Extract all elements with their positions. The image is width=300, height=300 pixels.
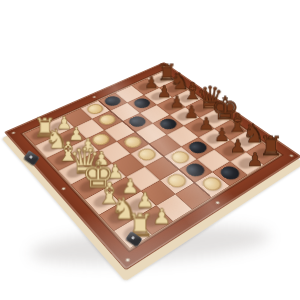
chess-board: ♜♟♟♜♞♟♟♞♝♟♟♝♛♟♟♛♚♟♟♚♝♟♟♝♞♟♟♞♜♟♟♜ — [4, 62, 300, 271]
frame-dot — [215, 201, 220, 205]
product-photo: ♜♟♟♜♞♟♟♞♝♟♟♝♛♟♟♛♚♟♟♚♝♟♟♝♞♟♟♞♜♟♟♜ — [0, 0, 300, 300]
frame-dot — [92, 96, 96, 98]
frame-dot — [125, 257, 130, 261]
scene: ♜♟♟♜♞♟♟♞♝♟♟♝♛♟♟♛♚♟♟♚♝♟♟♝♞♟♟♞♜♟♟♜ — [0, 0, 300, 300]
dark-checker-disc — [157, 117, 180, 132]
frame-dot — [12, 132, 16, 135]
frame-dot — [62, 187, 67, 190]
dark-pawn: ♟ — [243, 150, 267, 169]
frame-dot — [289, 154, 293, 157]
playing-grid: ♜♟♟♜♞♟♟♞♝♟♟♝♛♟♟♛♚♟♟♚♝♟♟♝♞♟♟♞♜♟♟♜ — [24, 72, 280, 249]
dark-checker-disc — [217, 164, 243, 182]
